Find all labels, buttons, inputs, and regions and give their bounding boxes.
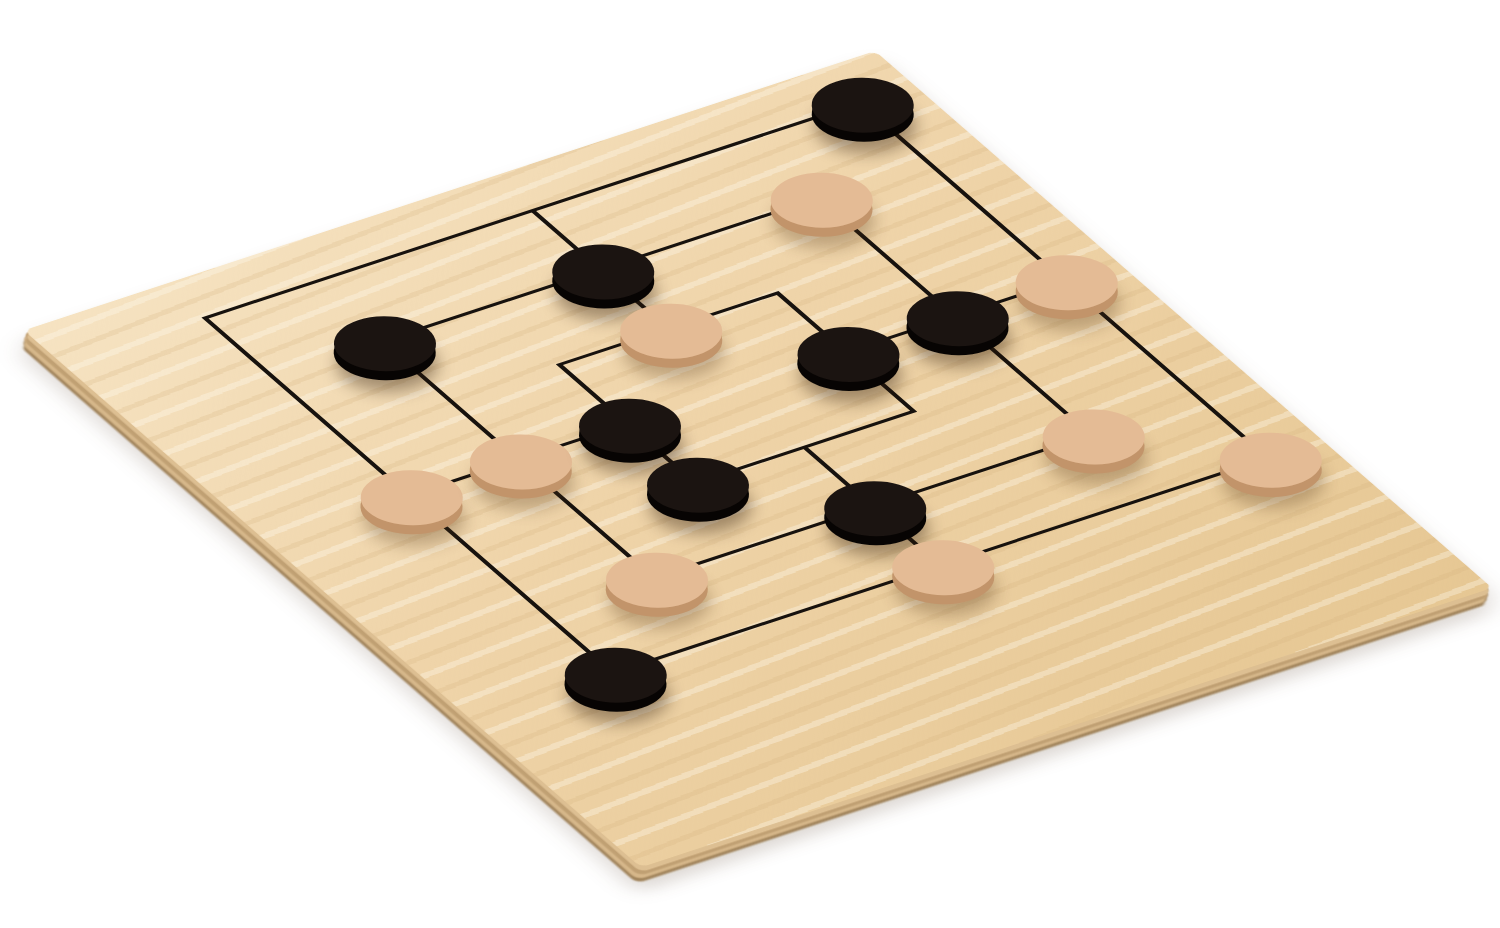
point-g7[interactable]: ● <box>771 55 948 150</box>
point-b6[interactable]: ● <box>294 294 471 389</box>
black-piece-g7[interactable]: ● <box>772 53 942 147</box>
point-b2[interactable]: ● <box>566 530 743 625</box>
morris-board: ● ● ● ● ● ● ● ● ● ● ● ● ● ● ● ● ● ● <box>116 55 1356 720</box>
black-piece-b6[interactable]: ● <box>294 291 464 385</box>
white-piece-f2[interactable]: ● <box>1003 385 1173 479</box>
point-f2[interactable]: ● <box>1002 387 1179 482</box>
point-f6[interactable]: ● <box>730 150 907 245</box>
product-photo-scene: ● ● ● ● ● ● ● ● ● ● ● ● ● ● ● ● ● ● <box>0 0 1500 928</box>
white-piece-f6[interactable]: ● <box>731 148 901 242</box>
white-piece-b2[interactable]: ● <box>566 528 736 622</box>
